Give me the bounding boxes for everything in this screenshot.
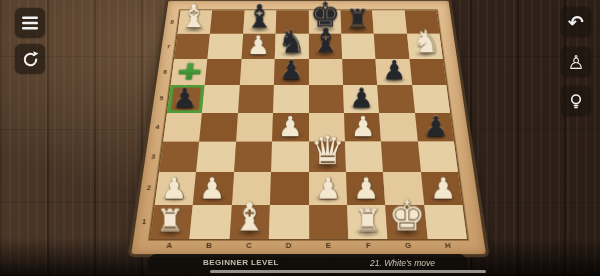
piece-black-pawn[interactable]: ♟ [377, 57, 411, 83]
undo-arrow-icon: ↶ [568, 13, 584, 32]
square-h2[interactable]: ♟ [421, 172, 463, 204]
square-d2[interactable] [270, 172, 308, 204]
piece-white-pawn[interactable]: ♟ [424, 173, 462, 202]
square-a8[interactable]: ♝ [177, 10, 212, 34]
board-grid: ♝♝♚♜♟♞♝♞♟♟♟♟♟♟♟♛♟♟♟♟♟♜♝♜♚ [150, 10, 467, 238]
piece-black-bishop[interactable]: ♝ [243, 0, 276, 32]
piece-white-pawn[interactable]: ♟ [272, 112, 308, 140]
undo-button[interactable]: ↶ [561, 7, 591, 37]
piece-white-queen[interactable]: ♛ [309, 131, 346, 170]
hint-button[interactable] [561, 86, 591, 116]
move-indicator: 21. White's move [370, 258, 435, 268]
square-d4[interactable]: ♟ [272, 113, 308, 142]
square-h3[interactable] [418, 142, 458, 173]
file-label-b: B [188, 240, 229, 252]
square-b6[interactable] [205, 59, 241, 85]
file-label-d: D [269, 240, 309, 252]
piece-black-pawn[interactable]: ♟ [344, 84, 379, 111]
lightbulb-icon [568, 93, 584, 110]
square-e1[interactable] [309, 205, 349, 239]
square-a1[interactable]: ♜ [150, 205, 193, 239]
square-f2[interactable]: ♟ [346, 172, 386, 204]
square-f7[interactable] [341, 34, 375, 59]
square-a6[interactable] [171, 59, 208, 85]
file-label-e: E [309, 240, 349, 252]
piece-white-king[interactable]: ♚ [388, 196, 428, 237]
piece-white-pawn[interactable]: ♟ [309, 173, 347, 202]
square-c6[interactable] [240, 59, 275, 85]
menu-button[interactable] [15, 8, 45, 38]
square-h1[interactable] [424, 205, 467, 239]
square-b1[interactable] [190, 205, 232, 239]
square-e2[interactable]: ♟ [309, 172, 347, 204]
status-bar: BEGINNER LEVEL 21. White's move [148, 254, 467, 271]
square-b3[interactable] [196, 142, 235, 173]
file-label-a: A [148, 240, 189, 252]
square-c5[interactable] [238, 85, 274, 113]
piece-black-pawn[interactable]: ♟ [167, 84, 202, 111]
square-g1[interactable]: ♚ [385, 205, 427, 239]
piece-black-bishop[interactable]: ♝ [308, 24, 342, 57]
square-f4[interactable]: ♟ [344, 113, 381, 142]
file-labels: ABCDEFGH [148, 240, 468, 252]
square-c7[interactable]: ♟ [241, 34, 275, 59]
piece-black-pawn[interactable]: ♟ [274, 57, 308, 83]
square-e3[interactable]: ♛ [309, 142, 346, 173]
square-b7[interactable] [208, 34, 243, 59]
square-c1[interactable]: ♝ [229, 205, 270, 239]
piece-white-rook[interactable]: ♜ [348, 206, 388, 237]
square-b2[interactable]: ♟ [193, 172, 234, 204]
last-move-from-marker [178, 64, 201, 80]
square-e5[interactable] [308, 85, 343, 113]
square-a4[interactable] [163, 113, 202, 142]
square-b5[interactable] [202, 85, 239, 113]
square-f5[interactable]: ♟ [343, 85, 379, 113]
circular-arrow-icon [21, 50, 40, 69]
square-g3[interactable] [381, 142, 420, 173]
square-f3[interactable] [345, 142, 383, 173]
square-h5[interactable] [412, 85, 450, 113]
piece-white-pawn[interactable]: ♟ [347, 173, 385, 202]
piece-white-knight[interactable]: ♞ [409, 26, 443, 57]
piece-black-pawn[interactable]: ♟ [417, 112, 453, 140]
square-h7[interactable]: ♞ [407, 34, 443, 59]
square-a2[interactable]: ♟ [155, 172, 197, 204]
square-a3[interactable] [159, 142, 199, 173]
piece-white-bishop[interactable]: ♝ [230, 198, 270, 237]
home-indicator-bar[interactable] [210, 270, 486, 273]
piece-white-pawn[interactable]: ♟ [345, 112, 381, 140]
square-d1[interactable] [269, 205, 309, 239]
choose-side-button[interactable]: ♙ [561, 47, 591, 77]
square-g4[interactable] [379, 113, 417, 142]
square-a7[interactable] [174, 34, 210, 59]
square-f1[interactable]: ♜ [347, 205, 388, 239]
hamburger-icon [21, 16, 39, 30]
square-d3[interactable] [271, 142, 308, 173]
board-scene: 87654321 ABCDEFGH ♝♝♚♜♟♞♝♞♟♟♟♟♟♟♟♛♟♟♟♟♟♜… [0, 0, 600, 276]
square-d5[interactable] [273, 85, 308, 113]
square-g5[interactable] [377, 85, 414, 113]
file-label-c: C [229, 240, 269, 252]
square-e6[interactable] [308, 59, 342, 85]
square-f8[interactable]: ♜ [340, 10, 374, 34]
piece-white-rook[interactable]: ♜ [150, 206, 190, 237]
file-label-f: F [348, 240, 388, 252]
piece-black-knight[interactable]: ♞ [275, 26, 309, 57]
piece-white-pawn[interactable]: ♟ [241, 32, 275, 58]
level-label: BEGINNER LEVEL [203, 258, 279, 267]
square-g8[interactable] [372, 10, 406, 34]
piece-white-pawn[interactable]: ♟ [155, 173, 193, 202]
piece-black-rook[interactable]: ♜ [341, 7, 374, 33]
rotate-board-button[interactable] [15, 44, 45, 74]
piece-white-bishop[interactable]: ♝ [178, 0, 211, 32]
pawn-icon: ♙ [567, 53, 584, 72]
square-a5[interactable]: ♟ [167, 85, 205, 113]
square-h6[interactable] [409, 59, 446, 85]
piece-white-pawn[interactable]: ♟ [193, 173, 231, 202]
file-label-g: G [388, 240, 429, 252]
square-g6[interactable]: ♟ [376, 59, 412, 85]
square-b8[interactable] [210, 10, 244, 34]
square-c3[interactable] [234, 142, 272, 173]
square-h4[interactable]: ♟ [415, 113, 454, 142]
square-b4[interactable] [199, 113, 237, 142]
square-c4[interactable] [236, 113, 273, 142]
file-label-h: H [427, 240, 468, 252]
chess-board[interactable]: 87654321 ABCDEFGH ♝♝♚♜♟♞♝♞♟♟♟♟♟♟♟♛♟♟♟♟♟♜… [131, 1, 486, 254]
square-d6[interactable]: ♟ [274, 59, 308, 85]
square-e7[interactable]: ♝ [308, 34, 342, 59]
app-screen: 87654321 ABCDEFGH ♝♝♚♜♟♞♝♞♟♟♟♟♟♟♟♛♟♟♟♟♟♜… [0, 0, 600, 276]
square-f6[interactable] [342, 59, 377, 85]
